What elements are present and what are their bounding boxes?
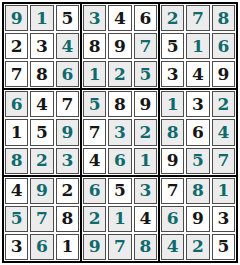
cell-r2c5[interactable]: 9 [108,33,131,59]
cell-r5c7: 8 [161,119,184,145]
cell-r4c4: 5 [83,91,106,117]
cell-r2c7[interactable]: 5 [161,33,184,59]
cell-r8c3[interactable]: 8 [56,206,79,232]
cell-r1c2: 1 [30,5,53,31]
cell-r6c5: 6 [108,148,131,174]
cell-r6c6: 1 [134,148,157,174]
cell-r1c1: 9 [5,5,28,31]
cell-r7c9: 1 [212,178,235,204]
cell-r8c6[interactable]: 4 [134,206,157,232]
cell-r9c5: 7 [108,234,131,260]
cell-r2c3: 4 [56,33,79,59]
cell-r5c5: 3 [108,119,131,145]
cell-r8c7: 6 [161,206,184,232]
cell-r3c7[interactable]: 3 [161,61,184,87]
cell-r7c3[interactable]: 2 [56,178,79,204]
cell-r2c9: 6 [212,33,235,59]
cell-r7c8: 8 [186,178,209,204]
cell-r6c1: 8 [5,148,28,174]
cell-r4c8[interactable]: 3 [186,91,209,117]
sudoku-board: 9152347863468971252785163496471598235897… [0,0,240,265]
cell-r9c9[interactable]: 5 [212,234,235,260]
cell-r1c5[interactable]: 4 [108,5,131,31]
cell-r4c5[interactable]: 8 [108,91,131,117]
cell-r7c7[interactable]: 7 [161,178,184,204]
cell-r8c5: 1 [108,206,131,232]
cell-r3c8[interactable]: 4 [186,61,209,87]
cell-r4c7: 1 [161,91,184,117]
cell-r7c1[interactable]: 4 [5,178,28,204]
sudoku-box-3: 278516349 [160,4,236,88]
cell-r7c6: 3 [134,178,157,204]
cell-r3c3: 6 [56,61,79,87]
cell-r2c6: 7 [134,33,157,59]
cell-r6c3: 3 [56,148,79,174]
cell-r6c7[interactable]: 9 [161,148,184,174]
sudoku-grid: 9152347863468971252785163496471598235897… [2,2,238,263]
cell-r3c6: 5 [134,61,157,87]
cell-r7c4: 6 [83,178,106,204]
cell-r6c2: 2 [30,148,53,174]
sudoku-box-6: 132864957 [160,90,236,174]
cell-r4c2[interactable]: 4 [30,91,53,117]
cell-r3c1[interactable]: 7 [5,61,28,87]
cell-r5c3: 9 [56,119,79,145]
cell-r7c5[interactable]: 5 [108,178,131,204]
sudoku-box-2: 346897125 [82,4,158,88]
cell-r2c8: 1 [186,33,209,59]
cell-r1c7: 2 [161,5,184,31]
sudoku-box-1: 915234786 [4,4,80,88]
cell-r8c8[interactable]: 9 [186,206,209,232]
cell-r1c3[interactable]: 5 [56,5,79,31]
cell-r8c2: 7 [30,206,53,232]
sudoku-box-7: 492578361 [4,177,80,261]
cell-r9c3[interactable]: 1 [56,234,79,260]
cell-r1c6[interactable]: 6 [134,5,157,31]
cell-r8c9[interactable]: 3 [212,206,235,232]
cell-r4c3[interactable]: 7 [56,91,79,117]
cell-r4c6[interactable]: 9 [134,91,157,117]
cell-r2c2[interactable]: 3 [30,33,53,59]
cell-r6c8: 5 [186,148,209,174]
cell-r5c4[interactable]: 7 [83,119,106,145]
cell-r9c2: 6 [30,234,53,260]
cell-r5c9: 4 [212,119,235,145]
cell-r3c4: 1 [83,61,106,87]
cell-r1c4: 3 [83,5,106,31]
sudoku-box-4: 647159823 [4,90,80,174]
cell-r4c9: 2 [212,91,235,117]
cell-r2c4[interactable]: 8 [83,33,106,59]
cell-r1c9: 8 [212,5,235,31]
cell-r9c8: 2 [186,234,209,260]
cell-r8c1: 5 [5,206,28,232]
cell-r6c4[interactable]: 4 [83,148,106,174]
cell-r8c4: 2 [83,206,106,232]
cell-r4c1: 6 [5,91,28,117]
cell-r3c2[interactable]: 8 [30,61,53,87]
cell-r9c4: 9 [83,234,106,260]
sudoku-box-5: 589732461 [82,90,158,174]
cell-r2c1[interactable]: 2 [5,33,28,59]
cell-r3c9[interactable]: 9 [212,61,235,87]
cell-r1c8: 7 [186,5,209,31]
cell-r5c2[interactable]: 5 [30,119,53,145]
cell-r5c8[interactable]: 6 [186,119,209,145]
cell-r9c7: 4 [161,234,184,260]
cell-r9c1[interactable]: 3 [5,234,28,260]
sudoku-box-9: 781693425 [160,177,236,261]
cell-r9c6: 8 [134,234,157,260]
cell-r7c2: 9 [30,178,53,204]
cell-r5c1[interactable]: 1 [5,119,28,145]
sudoku-box-8: 653214978 [82,177,158,261]
cell-r5c6: 2 [134,119,157,145]
cell-r3c5: 2 [108,61,131,87]
cell-r6c9: 7 [212,148,235,174]
